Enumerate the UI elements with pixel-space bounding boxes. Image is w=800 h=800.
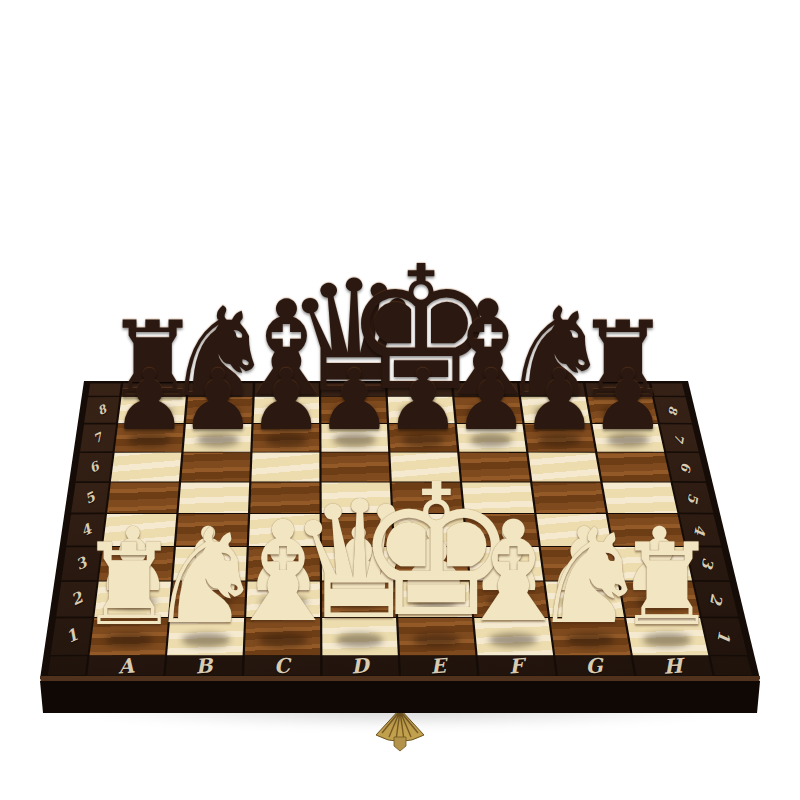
file-label: G <box>585 653 604 678</box>
piece-black-pawn-d7[interactable]: ♟ <box>317 358 392 442</box>
rank-label-right: 7 <box>672 432 687 443</box>
piece-white-rook-h1[interactable]: ♜ <box>616 529 717 642</box>
piece-black-pawn-a7[interactable]: ♟ <box>112 358 187 442</box>
file-label: B <box>195 653 214 678</box>
piece-black-pawn-g7[interactable]: ♟ <box>522 358 597 442</box>
file-label: A <box>118 653 135 678</box>
file-label: C <box>274 653 292 678</box>
piece-black-pawn-f7[interactable]: ♟ <box>454 358 529 442</box>
piece-black-pawn-b7[interactable]: ♟ <box>180 358 255 442</box>
rank-label-right: 5 <box>685 492 701 504</box>
file-label: H <box>662 653 683 678</box>
piece-black-pawn-c7[interactable]: ♟ <box>248 358 323 442</box>
piece-black-pawn-h7[interactable]: ♟ <box>590 358 665 442</box>
piece-black-pawn-e7[interactable]: ♟ <box>385 358 460 442</box>
chess-set-photo: ABCDEFGH8877665544332211♜♞♝♛♚♝♞♜♟♟♟♟♟♟♟♟… <box>0 0 800 800</box>
